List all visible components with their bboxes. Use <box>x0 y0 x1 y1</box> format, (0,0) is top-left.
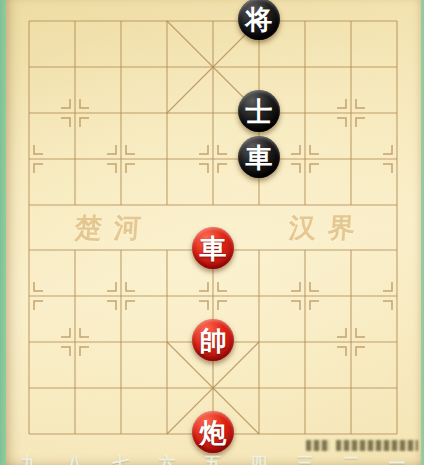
piece-glyph: 将 <box>246 6 273 33</box>
watermark-blur-segment <box>336 440 418 451</box>
file-label-1: 九 <box>21 452 38 465</box>
piece-red-cannon[interactable]: 炮 <box>192 411 234 453</box>
piece-red-chariot[interactable]: 車 <box>192 227 234 269</box>
watermark <box>306 439 418 452</box>
file-label-4: 六 <box>159 452 176 465</box>
piece-glyph: 車 <box>200 235 227 262</box>
piece-glyph: 車 <box>246 144 273 171</box>
file-label-3: 七 <box>113 452 130 465</box>
piece-black-chariot[interactable]: 車 <box>238 136 280 178</box>
app-canvas: 楚河 汉界 将士車車帥炮 九八七六五四三二一 <box>0 0 424 465</box>
file-label-2: 八 <box>67 452 84 465</box>
river-label-chu-he: 楚河 <box>62 210 155 246</box>
piece-red-general[interactable]: 帥 <box>192 319 234 361</box>
file-label-7: 三 <box>297 452 314 465</box>
file-label-8: 二 <box>343 452 360 465</box>
piece-black-general[interactable]: 将 <box>238 0 280 40</box>
piece-black-advisor[interactable]: 士 <box>238 90 280 132</box>
watermark-blur-segment <box>306 440 330 451</box>
file-label-5: 五 <box>205 452 222 465</box>
file-label-6: 四 <box>251 452 268 465</box>
piece-glyph: 炮 <box>200 419 227 446</box>
piece-glyph: 帥 <box>200 327 227 354</box>
piece-glyph: 士 <box>246 98 273 125</box>
river-label-han-jie: 汉界 <box>276 210 369 246</box>
file-label-9: 一 <box>389 452 406 465</box>
